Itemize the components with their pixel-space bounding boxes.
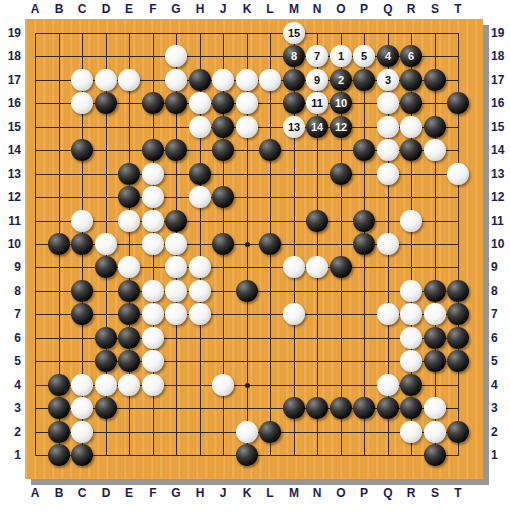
column-label-top: T: [447, 2, 469, 16]
column-label-bottom: P: [353, 486, 375, 500]
column-label-bottom: B: [48, 486, 70, 500]
white-stone[interactable]: [424, 303, 446, 325]
column-label-top: N: [306, 2, 328, 16]
black-stone[interactable]: [48, 444, 70, 466]
black-stone[interactable]: [424, 280, 446, 302]
white-stone[interactable]: [142, 163, 164, 185]
white-stone[interactable]: 3: [377, 69, 399, 91]
black-stone[interactable]: [165, 139, 187, 161]
grid-line-vertical: [435, 33, 436, 456]
white-stone[interactable]: 13: [283, 116, 305, 138]
white-stone[interactable]: [165, 45, 187, 67]
row-label-left: 17: [1, 73, 21, 87]
black-stone[interactable]: [189, 163, 211, 185]
star-point: [245, 383, 250, 388]
white-stone[interactable]: [118, 374, 140, 396]
row-label-right: 1: [491, 448, 510, 462]
move-number: 5: [361, 51, 367, 62]
white-stone[interactable]: [400, 210, 422, 232]
black-stone[interactable]: [400, 397, 422, 419]
white-stone[interactable]: [142, 280, 164, 302]
white-stone[interactable]: [377, 163, 399, 185]
white-stone[interactable]: [71, 374, 93, 396]
black-stone[interactable]: [118, 327, 140, 349]
white-stone[interactable]: [306, 256, 328, 278]
move-number: 9: [314, 75, 320, 86]
row-label-left: 7: [1, 307, 21, 321]
white-stone[interactable]: [142, 303, 164, 325]
black-stone[interactable]: [447, 327, 469, 349]
white-stone[interactable]: [236, 69, 258, 91]
black-stone[interactable]: [165, 210, 187, 232]
black-stone[interactable]: [259, 233, 281, 255]
black-stone[interactable]: [48, 397, 70, 419]
white-stone[interactable]: [236, 92, 258, 114]
column-label-bottom: K: [236, 486, 258, 500]
column-label-top: M: [283, 2, 305, 16]
move-number: 2: [338, 75, 344, 86]
column-label-bottom: G: [165, 486, 187, 500]
black-stone[interactable]: [424, 116, 446, 138]
white-stone[interactable]: [71, 421, 93, 443]
black-stone[interactable]: [71, 444, 93, 466]
row-label-left: 6: [1, 331, 21, 345]
white-stone[interactable]: [165, 303, 187, 325]
black-stone[interactable]: [400, 92, 422, 114]
black-stone[interactable]: [259, 139, 281, 161]
white-stone[interactable]: 1: [330, 45, 352, 67]
column-label-bottom: A: [24, 486, 46, 500]
black-stone[interactable]: [71, 139, 93, 161]
black-stone[interactable]: [447, 421, 469, 443]
white-stone[interactable]: [189, 280, 211, 302]
black-stone[interactable]: [283, 69, 305, 91]
white-stone[interactable]: [142, 327, 164, 349]
column-label-top: Q: [377, 2, 399, 16]
black-stone[interactable]: 4: [377, 45, 399, 67]
white-stone[interactable]: [400, 350, 422, 372]
row-label-right: 7: [491, 307, 510, 321]
white-stone[interactable]: [283, 256, 305, 278]
white-stone[interactable]: [377, 233, 399, 255]
black-stone[interactable]: [118, 186, 140, 208]
row-label-right: 14: [491, 143, 510, 157]
row-label-right: 3: [491, 401, 510, 415]
move-number: 15: [288, 28, 300, 39]
column-label-top: J: [212, 2, 234, 16]
black-stone[interactable]: [95, 350, 117, 372]
black-stone[interactable]: [189, 69, 211, 91]
column-label-bottom: Q: [377, 486, 399, 500]
white-stone[interactable]: [236, 116, 258, 138]
row-label-right: 12: [491, 190, 510, 204]
row-label-left: 2: [1, 425, 21, 439]
column-label-top: B: [48, 2, 70, 16]
black-stone[interactable]: [95, 327, 117, 349]
column-label-top: L: [259, 2, 281, 16]
white-stone[interactable]: [377, 374, 399, 396]
row-label-left: 3: [1, 401, 21, 415]
black-stone[interactable]: 6: [400, 45, 422, 67]
white-stone[interactable]: [165, 280, 187, 302]
black-stone[interactable]: [142, 139, 164, 161]
black-stone[interactable]: [95, 256, 117, 278]
move-number: 6: [408, 51, 414, 62]
move-number: 4: [385, 51, 391, 62]
white-stone[interactable]: [165, 69, 187, 91]
column-label-top: K: [236, 2, 258, 16]
move-number: 8: [291, 51, 297, 62]
black-stone[interactable]: [306, 397, 328, 419]
row-label-right: 19: [491, 26, 510, 40]
column-label-bottom: H: [189, 486, 211, 500]
column-label-bottom: C: [71, 486, 93, 500]
white-stone[interactable]: [71, 92, 93, 114]
black-stone[interactable]: [118, 350, 140, 372]
white-stone[interactable]: [142, 186, 164, 208]
black-stone[interactable]: [353, 397, 375, 419]
row-label-right: 13: [491, 167, 510, 181]
column-label-top: A: [24, 2, 46, 16]
black-stone[interactable]: [71, 233, 93, 255]
move-number: 11: [311, 98, 323, 109]
white-stone[interactable]: [118, 210, 140, 232]
column-label-top: O: [330, 2, 352, 16]
white-stone[interactable]: 9: [306, 69, 328, 91]
move-number: 3: [385, 75, 391, 86]
white-stone[interactable]: [283, 303, 305, 325]
black-stone[interactable]: [353, 69, 375, 91]
black-stone[interactable]: [424, 444, 446, 466]
row-label-right: 2: [491, 425, 510, 439]
black-stone[interactable]: [259, 421, 281, 443]
black-stone[interactable]: [48, 233, 70, 255]
black-stone[interactable]: [212, 186, 234, 208]
black-stone[interactable]: 8: [283, 45, 305, 67]
column-label-bottom: J: [212, 486, 234, 500]
black-stone[interactable]: [447, 92, 469, 114]
move-number: 1: [338, 51, 344, 62]
star-point: [245, 242, 250, 247]
white-stone[interactable]: [400, 280, 422, 302]
black-stone[interactable]: [330, 163, 352, 185]
column-label-top: P: [353, 2, 375, 16]
white-stone[interactable]: [424, 421, 446, 443]
white-stone[interactable]: [71, 69, 93, 91]
row-label-right: 5: [491, 354, 510, 368]
row-label-right: 17: [491, 73, 510, 87]
row-label-left: 5: [1, 354, 21, 368]
column-label-bottom: E: [118, 486, 140, 500]
white-stone[interactable]: [400, 421, 422, 443]
black-stone[interactable]: [424, 350, 446, 372]
column-label-bottom: N: [306, 486, 328, 500]
black-stone[interactable]: [330, 397, 352, 419]
move-number: 14: [311, 122, 323, 133]
white-stone[interactable]: [189, 256, 211, 278]
row-label-right: 11: [491, 214, 510, 228]
column-label-top: S: [424, 2, 446, 16]
white-stone[interactable]: [400, 116, 422, 138]
black-stone[interactable]: [377, 397, 399, 419]
black-stone[interactable]: [95, 397, 117, 419]
row-label-left: 9: [1, 260, 21, 274]
column-label-top: F: [142, 2, 164, 16]
row-label-left: 10: [1, 237, 21, 251]
white-stone[interactable]: [212, 69, 234, 91]
row-label-left: 12: [1, 190, 21, 204]
white-stone[interactable]: [189, 186, 211, 208]
row-label-left: 18: [1, 49, 21, 63]
column-label-bottom: R: [400, 486, 422, 500]
black-stone[interactable]: [447, 350, 469, 372]
column-label-bottom: S: [424, 486, 446, 500]
column-label-bottom: D: [95, 486, 117, 500]
black-stone[interactable]: [71, 303, 93, 325]
black-stone[interactable]: 2: [330, 69, 352, 91]
row-label-left: 13: [1, 167, 21, 181]
black-stone[interactable]: [212, 139, 234, 161]
column-label-bottom: M: [283, 486, 305, 500]
black-stone[interactable]: [330, 256, 352, 278]
column-label-top: D: [95, 2, 117, 16]
row-label-left: 8: [1, 284, 21, 298]
row-label-left: 15: [1, 120, 21, 134]
row-label-right: 16: [491, 96, 510, 110]
white-stone[interactable]: 15: [283, 22, 305, 44]
white-stone[interactable]: [189, 303, 211, 325]
white-stone[interactable]: [142, 350, 164, 372]
white-stone[interactable]: [95, 69, 117, 91]
black-stone[interactable]: [236, 280, 258, 302]
row-label-right: 9: [491, 260, 510, 274]
black-stone[interactable]: 14: [306, 116, 328, 138]
column-label-top: H: [189, 2, 211, 16]
column-label-bottom: O: [330, 486, 352, 500]
column-label-top: R: [400, 2, 422, 16]
white-stone[interactable]: [212, 374, 234, 396]
white-stone[interactable]: [95, 374, 117, 396]
row-label-right: 6: [491, 331, 510, 345]
row-label-right: 15: [491, 120, 510, 134]
white-stone[interactable]: [142, 210, 164, 232]
column-label-bottom: T: [447, 486, 469, 500]
black-stone[interactable]: [71, 280, 93, 302]
white-stone[interactable]: [236, 421, 258, 443]
black-stone[interactable]: 12: [330, 116, 352, 138]
white-stone[interactable]: [189, 116, 211, 138]
black-stone[interactable]: [353, 233, 375, 255]
move-number: 7: [314, 51, 320, 62]
move-number: 13: [288, 122, 300, 133]
column-label-top: G: [165, 2, 187, 16]
white-stone[interactable]: [259, 69, 281, 91]
black-stone[interactable]: [212, 92, 234, 114]
move-number: 12: [335, 122, 347, 133]
white-stone[interactable]: [424, 397, 446, 419]
white-stone[interactable]: [447, 163, 469, 185]
black-stone[interactable]: [118, 280, 140, 302]
white-stone[interactable]: [142, 233, 164, 255]
white-stone[interactable]: [377, 303, 399, 325]
go-board-app: 158715469231110131412AABBCCDDEEFFGGHHJJK…: [0, 0, 510, 512]
black-stone[interactable]: [447, 303, 469, 325]
black-stone[interactable]: [400, 374, 422, 396]
white-stone[interactable]: 5: [353, 45, 375, 67]
black-stone[interactable]: [212, 116, 234, 138]
row-label-right: 8: [491, 284, 510, 298]
white-stone[interactable]: [118, 69, 140, 91]
column-label-top: C: [71, 2, 93, 16]
row-label-right: 18: [491, 49, 510, 63]
black-stone[interactable]: [283, 92, 305, 114]
white-stone[interactable]: [71, 397, 93, 419]
black-stone[interactable]: [447, 280, 469, 302]
black-stone[interactable]: [118, 163, 140, 185]
column-label-top: E: [118, 2, 140, 16]
black-stone[interactable]: [424, 69, 446, 91]
white-stone[interactable]: [189, 92, 211, 114]
row-label-right: 4: [491, 378, 510, 392]
black-stone[interactable]: [283, 397, 305, 419]
white-stone[interactable]: [142, 374, 164, 396]
row-label-left: 14: [1, 143, 21, 157]
row-label-left: 11: [1, 214, 21, 228]
row-label-left: 4: [1, 378, 21, 392]
row-label-left: 19: [1, 26, 21, 40]
black-stone[interactable]: [306, 210, 328, 232]
white-stone[interactable]: [424, 139, 446, 161]
grid-line-vertical: [35, 33, 36, 456]
black-stone[interactable]: [48, 374, 70, 396]
black-stone[interactable]: [353, 210, 375, 232]
black-stone[interactable]: [212, 233, 234, 255]
white-stone[interactable]: [377, 116, 399, 138]
white-stone[interactable]: [377, 92, 399, 114]
white-stone[interactable]: 7: [306, 45, 328, 67]
white-stone[interactable]: [400, 327, 422, 349]
black-stone[interactable]: [400, 69, 422, 91]
white-stone[interactable]: 11: [306, 92, 328, 114]
row-label-left: 1: [1, 448, 21, 462]
column-label-bottom: L: [259, 486, 281, 500]
white-stone[interactable]: [165, 256, 187, 278]
white-stone[interactable]: [71, 210, 93, 232]
black-stone[interactable]: [118, 303, 140, 325]
black-stone[interactable]: [48, 421, 70, 443]
white-stone[interactable]: [400, 303, 422, 325]
column-label-bottom: F: [142, 486, 164, 500]
black-stone[interactable]: 10: [330, 92, 352, 114]
white-stone[interactable]: [95, 233, 117, 255]
black-stone[interactable]: [353, 139, 375, 161]
white-stone[interactable]: [118, 256, 140, 278]
black-stone[interactable]: [142, 92, 164, 114]
black-stone[interactable]: [95, 92, 117, 114]
white-stone[interactable]: [165, 233, 187, 255]
white-stone[interactable]: [377, 139, 399, 161]
black-stone[interactable]: [400, 139, 422, 161]
move-number: 10: [335, 98, 347, 109]
black-stone[interactable]: [424, 327, 446, 349]
row-label-left: 16: [1, 96, 21, 110]
black-stone[interactable]: [236, 444, 258, 466]
row-label-right: 10: [491, 237, 510, 251]
black-stone[interactable]: [165, 92, 187, 114]
